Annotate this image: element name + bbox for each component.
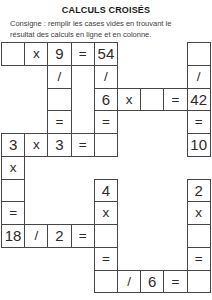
operator-cell-r8c1: / [24,224,48,248]
empty-cell-r0c8[interactable] [187,42,211,66]
number-cell-r2c4: 6 [94,88,118,112]
operator-cell-r1c8: / [187,65,211,89]
operator-cell-r3c8: = [187,110,211,134]
number-cell-r2c8: 42 [187,88,211,112]
empty-cell-r2c6[interactable] [140,88,164,112]
number-cell-r4c2: 3 [47,133,71,157]
instructions-line-2: résultat des calculs en ligne et en colo… [10,30,151,39]
worksheet-page: CALCULS CROISÉS Consigne : remplir les c… [0,0,212,300]
number-cell-r8c0: 18 [1,224,25,248]
empty-cell-r6c0[interactable] [1,179,25,203]
operator-cell-r7c4: x [94,201,118,225]
number-cell-r8c2: 2 [47,224,71,248]
empty-cell-r0c0[interactable] [1,42,25,66]
operator-cell-r9c8: = [187,247,211,271]
number-cell-r0c2: 9 [47,42,71,66]
operator-cell-r7c8: x [187,201,211,225]
number-cell-r4c8: 10 [187,133,211,157]
operator-cell-r3c4: = [94,110,118,134]
operator-cell-r10c7: = [163,270,187,294]
empty-cell-r2c2[interactable] [47,88,71,112]
empty-cell-r8c8[interactable] [187,224,211,248]
operator-cell-r0c1: x [24,42,48,66]
operator-cell-r9c4: = [94,247,118,271]
operator-cell-r7c0: = [1,201,25,225]
instructions-text: Consigne : remplir les cases vides en tr… [10,19,206,40]
operator-cell-r10c5: / [117,270,141,294]
number-cell-r4c0: 3 [1,133,25,157]
operator-cell-r0c3: = [71,42,95,66]
number-cell-r6c8: 2 [187,179,211,203]
operator-cell-r2c5: x [117,88,141,112]
operator-cell-r3c2: = [47,110,71,134]
number-cell-r6c4: 4 [94,179,118,203]
operator-cell-r2c7: = [163,88,187,112]
number-cell-r0c4: 54 [94,42,118,66]
instructions-line-1: Consigne : remplir les cases vides en tr… [10,19,171,28]
operator-cell-r4c3: = [71,133,95,157]
empty-cell-r10c4[interactable] [94,270,118,294]
operator-cell-r5c0: x [1,156,25,180]
empty-cell-r8c4[interactable] [94,224,118,248]
operator-cell-r1c2: / [47,65,71,89]
operator-cell-r1c4: / [94,65,118,89]
empty-cell-r4c4[interactable] [94,133,118,157]
operator-cell-r4c1: x [24,133,48,157]
page-title: CALCULS CROISÉS [0,5,212,15]
operator-cell-r8c3: = [71,224,95,248]
empty-cell-r10c8[interactable] [187,270,211,294]
number-cell-r10c6: 6 [140,270,164,294]
puzzle-grid: x9=54///6x=42===3x3=10x42=xx18/2===/6= [1,42,211,293]
